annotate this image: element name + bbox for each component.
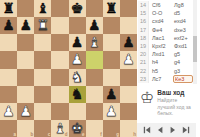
- black-pawn: ♟: [88, 17, 101, 34]
- square-a4[interactable]: [0, 69, 17, 86]
- last-move-button[interactable]: [182, 126, 190, 134]
- square-c6[interactable]: [34, 34, 51, 51]
- square-g8[interactable]: ♜: [103, 0, 120, 17]
- move-number: 16: [138, 17, 149, 25]
- square-b1[interactable]: b: [17, 120, 34, 137]
- move-row: 17Фe4dxe3: [138, 26, 193, 34]
- square-b6[interactable]: [17, 34, 34, 51]
- square-d7[interactable]: [51, 17, 68, 34]
- white-pawn: ♟: [71, 51, 84, 68]
- white-move[interactable]: h5: [149, 67, 171, 75]
- square-d6[interactable]: [51, 34, 68, 51]
- move-row: 22h5g3: [138, 67, 193, 75]
- black-move[interactable]: exf2+: [171, 34, 193, 42]
- black-king: ♚: [71, 0, 84, 17]
- file-label-e: e: [82, 132, 85, 137]
- square-d2[interactable]: [51, 103, 68, 120]
- square-h1[interactable]: h: [120, 120, 137, 137]
- square-f4[interactable]: [86, 69, 103, 86]
- square-a6[interactable]: [0, 34, 17, 51]
- square-a3[interactable]: [0, 86, 17, 103]
- white-move[interactable]: Лxd1: [149, 50, 171, 58]
- square-d1[interactable]: ♝d: [51, 120, 68, 137]
- square-f2[interactable]: [86, 103, 103, 120]
- file-label-f: f: [100, 132, 102, 137]
- move-list: 14Сf6Лg815O-Od516cxd4exd417Фe4dxe318Лac1…: [138, 1, 193, 83]
- white-king-icon: ♔: [140, 88, 154, 117]
- chess-board: ♜♝♚♜♟♟♜♟♟♝♟♟♟♞♞♟♟♟♟abc♝d♚efgh: [0, 0, 137, 137]
- move-number: 14: [138, 1, 149, 9]
- move-number: 23: [138, 75, 149, 83]
- black-move[interactable]: g5: [171, 50, 193, 58]
- next-move-icon: [169, 126, 177, 134]
- square-g3[interactable]: ♟: [103, 86, 120, 103]
- move-row: 20Лxd1g5: [138, 50, 193, 58]
- square-c1[interactable]: c: [34, 120, 51, 137]
- square-e2[interactable]: [69, 103, 86, 120]
- white-move[interactable]: Сf6: [149, 1, 171, 9]
- square-e6[interactable]: ♟: [69, 34, 86, 51]
- your-move-label: Ваш ход: [157, 88, 193, 97]
- square-e1[interactable]: ♚e: [69, 120, 86, 137]
- black-move[interactable]: Фxd1: [171, 42, 193, 50]
- square-a1[interactable]: a: [0, 120, 17, 137]
- square-c5[interactable]: [34, 51, 51, 68]
- square-a8[interactable]: ♜: [0, 0, 17, 17]
- black-rook: ♜: [2, 0, 15, 17]
- white-move[interactable]: O-O: [149, 9, 171, 17]
- move-nav-bar: [137, 123, 196, 137]
- move-number: 22: [138, 67, 149, 75]
- move-number: 18: [138, 34, 149, 42]
- white-pawn: ♟: [19, 103, 32, 120]
- move-row: 15O-Od5: [138, 9, 193, 17]
- move-number: 20: [138, 50, 149, 58]
- white-bishop: ♝: [88, 34, 101, 51]
- black-pawn: ♟: [122, 34, 135, 51]
- square-g6[interactable]: [103, 34, 120, 51]
- black-bishop: ♝: [37, 0, 50, 17]
- black-move[interactable]: d5: [171, 9, 193, 17]
- find-best-move-label: Найдите лучший ход за белых.: [157, 97, 193, 117]
- square-d4[interactable]: [51, 69, 68, 86]
- black-rook: ♜: [105, 0, 118, 17]
- square-a2[interactable]: ♟: [0, 103, 17, 120]
- move-row: 18Лac1exf2+: [138, 34, 193, 42]
- first-move-icon: [143, 126, 151, 134]
- square-c7[interactable]: ♜: [34, 17, 51, 34]
- puzzle-app: ♜♝♚♜♟♟♜♟♟♝♟♟♟♞♞♟♟♟♟abc♝d♚efgh 14Сf6Лg815…: [0, 0, 200, 137]
- square-h5[interactable]: ♟: [120, 51, 137, 68]
- move-number: 15: [138, 9, 149, 17]
- square-b2[interactable]: ♟: [17, 103, 34, 120]
- first-move-button[interactable]: [143, 126, 151, 134]
- square-a7[interactable]: ♟: [0, 17, 17, 34]
- square-e3[interactable]: ♞: [69, 86, 86, 103]
- square-e5[interactable]: ♟: [69, 51, 86, 68]
- square-h3[interactable]: [120, 86, 137, 103]
- black-move[interactable]: Лg8: [171, 1, 193, 9]
- square-b4[interactable]: [17, 69, 34, 86]
- file-label-c: c: [48, 132, 51, 137]
- move-row: 14Сf6Лg8: [138, 1, 193, 9]
- white-knight: ♞: [71, 69, 84, 86]
- move-row: 16cxd4exd4: [138, 17, 193, 25]
- black-move[interactable]: dxe3: [171, 26, 193, 34]
- white-move[interactable]: Лac1: [149, 34, 171, 42]
- square-f7[interactable]: ♟: [86, 17, 103, 34]
- square-b3[interactable]: [17, 86, 34, 103]
- move-number: 21: [138, 58, 149, 66]
- square-c8[interactable]: ♝: [34, 0, 51, 17]
- scrollbar-thumb[interactable]: [193, 36, 197, 62]
- move-row: 19Крxf2Фxd1: [138, 42, 193, 50]
- square-e4[interactable]: ♞: [69, 69, 86, 86]
- black-pawn: ♟: [2, 17, 15, 34]
- white-move[interactable]: h4: [149, 58, 171, 66]
- move-number: 17: [138, 26, 149, 34]
- file-label-b: b: [31, 132, 34, 137]
- square-e8[interactable]: ♚: [69, 0, 86, 17]
- black-pawn: ♟: [19, 17, 32, 34]
- square-c2[interactable]: [34, 103, 51, 120]
- last-move-icon: [182, 126, 190, 134]
- black-pawn: ♟: [105, 86, 118, 103]
- square-g5[interactable]: [103, 51, 120, 68]
- black-knight: ♞: [71, 86, 84, 103]
- square-e7[interactable]: [69, 17, 86, 34]
- white-move[interactable]: cxd4: [149, 17, 171, 25]
- square-f6[interactable]: ♝: [86, 34, 103, 51]
- square-a5[interactable]: [0, 51, 17, 68]
- white-move[interactable]: Лc7: [149, 75, 171, 83]
- previous-move-button[interactable]: [156, 126, 164, 134]
- square-d8[interactable]: [51, 0, 68, 17]
- white-pawn: ♟: [2, 103, 15, 120]
- file-label-a: a: [14, 132, 17, 137]
- square-b7[interactable]: ♟: [17, 17, 34, 34]
- current-move[interactable]: Кe3: [173, 75, 193, 83]
- square-f8[interactable]: [86, 0, 103, 17]
- black-move[interactable]: g4: [171, 58, 193, 66]
- move-row: 23Лc7Кe3: [138, 75, 193, 83]
- puzzle-prompt: ♔ Ваш ход Найдите лучший ход за белых.: [140, 88, 193, 117]
- square-d3[interactable]: [51, 86, 68, 103]
- square-h6[interactable]: ♟: [120, 34, 137, 51]
- black-move[interactable]: g3: [171, 67, 193, 75]
- next-move-button[interactable]: [169, 126, 177, 134]
- white-pawn: ♟: [122, 51, 135, 68]
- square-h4[interactable]: [120, 69, 137, 86]
- white-pawn: ♟: [105, 103, 118, 120]
- square-f5[interactable]: [86, 51, 103, 68]
- square-d5[interactable]: [51, 51, 68, 68]
- side-panel: 14Сf6Лg815O-Od516cxd4exd417Фe4dxe318Лac1…: [137, 0, 200, 137]
- file-label-h: h: [133, 132, 136, 137]
- square-h7[interactable]: [120, 17, 137, 34]
- square-c3[interactable]: [34, 86, 51, 103]
- previous-move-icon: [156, 126, 164, 134]
- file-label-g: g: [116, 132, 119, 137]
- move-number: 19: [138, 42, 149, 50]
- square-g4[interactable]: [103, 69, 120, 86]
- square-c4[interactable]: [34, 69, 51, 86]
- square-g2[interactable]: ♟: [103, 103, 120, 120]
- move-list-scrollbar[interactable]: [193, 0, 197, 84]
- square-h8[interactable]: [120, 0, 137, 17]
- square-f1[interactable]: f: [86, 120, 103, 137]
- square-b8[interactable]: [17, 0, 34, 17]
- white-move[interactable]: Крxf2: [149, 42, 171, 50]
- black-move[interactable]: exd4: [171, 17, 193, 25]
- square-g1[interactable]: g: [103, 120, 120, 137]
- square-g7[interactable]: [103, 17, 120, 34]
- file-label-d: d: [65, 132, 68, 137]
- square-h2[interactable]: [120, 103, 137, 120]
- move-row: 21h4g4: [138, 58, 193, 66]
- square-b5[interactable]: [17, 51, 34, 68]
- square-f3[interactable]: [86, 86, 103, 103]
- white-rook: ♜: [37, 17, 50, 34]
- black-pawn: ♟: [71, 34, 84, 51]
- white-move[interactable]: Фe4: [149, 26, 171, 34]
